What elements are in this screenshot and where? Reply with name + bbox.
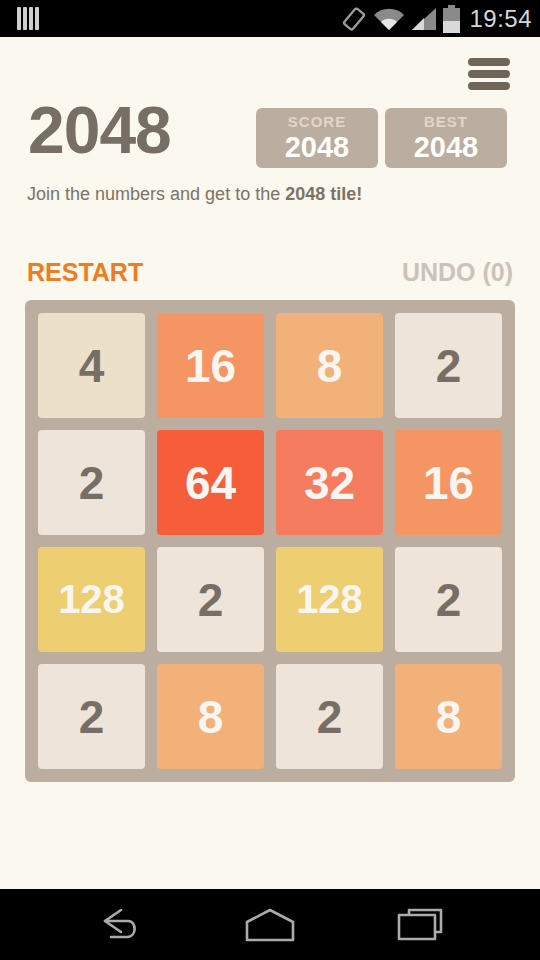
tile-r1c3-8: 8 — [276, 313, 383, 418]
recents-button[interactable] — [390, 903, 450, 947]
tile-r2c2-64: 64 — [157, 430, 264, 535]
signal-icon — [410, 6, 438, 32]
back-icon — [96, 907, 144, 943]
menu-icon — [468, 58, 510, 66]
clock: 19:54 — [465, 5, 532, 33]
best-value: 2048 — [414, 131, 479, 164]
restart-button[interactable]: RESTART — [27, 258, 143, 287]
page-title: 2048 — [28, 97, 171, 163]
tile-r3c4-2: 2 — [395, 547, 502, 652]
best-label: BEST — [424, 113, 468, 130]
wifi-icon — [373, 6, 405, 32]
tile-r1c2-16: 16 — [157, 313, 264, 418]
tile-r1c4-2: 2 — [395, 313, 502, 418]
game-screen: 2048 SCORE 2048 BEST 2048 Join the numbe… — [0, 37, 540, 889]
score-value: 2048 — [285, 131, 350, 164]
menu-button[interactable] — [468, 58, 510, 90]
notification-icon — [17, 7, 39, 30]
tile-r4c4-8: 8 — [395, 664, 502, 769]
home-icon — [243, 907, 297, 943]
tile-r3c2-2: 2 — [157, 547, 264, 652]
undo-button[interactable]: UNDO (0) — [402, 258, 513, 287]
recents-icon — [395, 907, 445, 943]
vibrate-icon — [340, 5, 368, 33]
best-box: BEST 2048 — [385, 108, 507, 168]
home-button[interactable] — [240, 903, 300, 947]
score-box: SCORE 2048 — [256, 108, 378, 168]
android-nav-bar — [0, 889, 540, 960]
tile-r3c1-128: 128 — [38, 547, 145, 652]
tile-r2c1-2: 2 — [38, 430, 145, 535]
status-bar: 19:54 — [0, 0, 540, 37]
board-grid[interactable]: 416822643216128212822828 — [25, 300, 515, 782]
back-button[interactable] — [90, 903, 150, 947]
tile-r2c4-16: 16 — [395, 430, 502, 535]
battery-icon — [443, 5, 460, 33]
tile-r4c1-2: 2 — [38, 664, 145, 769]
tile-r4c2-8: 8 — [157, 664, 264, 769]
tile-r4c3-2: 2 — [276, 664, 383, 769]
tile-r1c1-4: 4 — [38, 313, 145, 418]
tile-r3c3-128: 128 — [276, 547, 383, 652]
tile-r2c3-32: 32 — [276, 430, 383, 535]
score-label: SCORE — [288, 113, 346, 130]
subtitle: Join the numbers and get to the 2048 til… — [27, 184, 362, 205]
